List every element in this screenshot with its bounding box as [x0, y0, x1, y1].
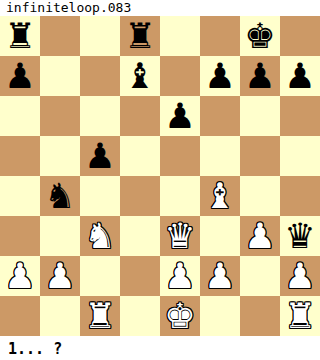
square-a5[interactable] — [0, 136, 40, 176]
move-prompt: 1... ? — [0, 336, 320, 360]
square-e6[interactable]: ♟ — [160, 96, 200, 136]
square-g4[interactable] — [240, 176, 280, 216]
black-bishop: ♝ — [120, 56, 160, 96]
white-rook: ♜ — [80, 296, 120, 336]
square-f7[interactable]: ♟ — [200, 56, 240, 96]
square-b6[interactable] — [40, 96, 80, 136]
square-b1[interactable] — [40, 296, 80, 336]
square-a7[interactable]: ♟ — [0, 56, 40, 96]
square-e5[interactable] — [160, 136, 200, 176]
square-f2[interactable]: ♟ — [200, 256, 240, 296]
square-e3[interactable]: ♛ — [160, 216, 200, 256]
square-f4[interactable]: ♝ — [200, 176, 240, 216]
square-h6[interactable] — [280, 96, 320, 136]
white-knight: ♞ — [80, 216, 120, 256]
square-f8[interactable] — [200, 16, 240, 56]
black-pawn: ♟ — [0, 56, 40, 96]
square-c6[interactable] — [80, 96, 120, 136]
black-pawn: ♟ — [240, 56, 280, 96]
square-a6[interactable] — [0, 96, 40, 136]
square-b4[interactable]: ♞ — [40, 176, 80, 216]
square-e2[interactable]: ♟ — [160, 256, 200, 296]
square-d7[interactable]: ♝ — [120, 56, 160, 96]
square-b2[interactable]: ♟ — [40, 256, 80, 296]
square-e1[interactable]: ♚ — [160, 296, 200, 336]
square-a8[interactable]: ♜ — [0, 16, 40, 56]
square-d8[interactable]: ♜ — [120, 16, 160, 56]
white-king: ♚ — [160, 296, 200, 336]
white-queen: ♛ — [160, 216, 200, 256]
square-h8[interactable] — [280, 16, 320, 56]
square-g8[interactable]: ♚ — [240, 16, 280, 56]
black-rook: ♜ — [120, 16, 160, 56]
black-pawn: ♟ — [160, 96, 200, 136]
square-h4[interactable] — [280, 176, 320, 216]
white-rook: ♜ — [280, 296, 320, 336]
square-h2[interactable]: ♟ — [280, 256, 320, 296]
square-b3[interactable] — [40, 216, 80, 256]
square-e7[interactable] — [160, 56, 200, 96]
square-e8[interactable] — [160, 16, 200, 56]
chess-board: ♜♜♚♟♝♟♟♟♟♟♞♝♞♛♟♛♟♟♟♟♟♜♚♜ — [0, 16, 320, 336]
square-c4[interactable] — [80, 176, 120, 216]
square-c1[interactable]: ♜ — [80, 296, 120, 336]
square-c7[interactable] — [80, 56, 120, 96]
square-d5[interactable] — [120, 136, 160, 176]
square-c2[interactable] — [80, 256, 120, 296]
square-e4[interactable] — [160, 176, 200, 216]
black-knight: ♞ — [40, 176, 80, 216]
square-f6[interactable] — [200, 96, 240, 136]
square-a3[interactable] — [0, 216, 40, 256]
square-g6[interactable] — [240, 96, 280, 136]
square-g3[interactable]: ♟ — [240, 216, 280, 256]
window-title: infiniteloop.083 — [0, 0, 320, 16]
square-f5[interactable] — [200, 136, 240, 176]
white-pawn: ♟ — [200, 256, 240, 296]
white-pawn: ♟ — [280, 256, 320, 296]
square-b5[interactable] — [40, 136, 80, 176]
square-a2[interactable]: ♟ — [0, 256, 40, 296]
square-a1[interactable] — [0, 296, 40, 336]
black-pawn: ♟ — [80, 136, 120, 176]
square-d2[interactable] — [120, 256, 160, 296]
square-g7[interactable]: ♟ — [240, 56, 280, 96]
square-c3[interactable]: ♞ — [80, 216, 120, 256]
black-pawn: ♟ — [280, 56, 320, 96]
black-rook: ♜ — [0, 16, 40, 56]
square-f1[interactable] — [200, 296, 240, 336]
square-d1[interactable] — [120, 296, 160, 336]
square-h3[interactable]: ♛ — [280, 216, 320, 256]
white-pawn: ♟ — [240, 216, 280, 256]
square-d6[interactable] — [120, 96, 160, 136]
black-king: ♚ — [240, 16, 280, 56]
white-pawn: ♟ — [40, 256, 80, 296]
square-f3[interactable] — [200, 216, 240, 256]
white-bishop: ♝ — [200, 176, 240, 216]
square-b8[interactable] — [40, 16, 80, 56]
square-h5[interactable] — [280, 136, 320, 176]
square-h1[interactable]: ♜ — [280, 296, 320, 336]
white-pawn: ♟ — [160, 256, 200, 296]
black-pawn: ♟ — [200, 56, 240, 96]
square-h7[interactable]: ♟ — [280, 56, 320, 96]
square-g5[interactable] — [240, 136, 280, 176]
square-c8[interactable] — [80, 16, 120, 56]
square-b7[interactable] — [40, 56, 80, 96]
white-pawn: ♟ — [0, 256, 40, 296]
square-g1[interactable] — [240, 296, 280, 336]
black-queen: ♛ — [280, 216, 320, 256]
square-c5[interactable]: ♟ — [80, 136, 120, 176]
square-a4[interactable] — [0, 176, 40, 216]
square-d3[interactable] — [120, 216, 160, 256]
square-d4[interactable] — [120, 176, 160, 216]
square-g2[interactable] — [240, 256, 280, 296]
